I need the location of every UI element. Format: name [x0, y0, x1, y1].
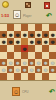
square-f7[interactable]: ●	[35, 31, 42, 38]
smiley-face-icon: ☺	[13, 89, 19, 95]
square-f6[interactable]: ●	[35, 38, 42, 45]
square-f4[interactable]	[35, 52, 42, 59]
square-e1[interactable]	[28, 73, 35, 80]
black-man-g7[interactable]: ●	[43, 31, 47, 38]
white-man-d2[interactable]: ●	[22, 66, 26, 73]
white-man-c3[interactable]: ●	[15, 59, 19, 66]
square-g8[interactable]	[42, 24, 49, 31]
red-square-icon[interactable]	[44, 2, 50, 9]
black-man-d7[interactable]: ●	[22, 31, 26, 38]
square-e3[interactable]: ●	[28, 59, 35, 66]
dama-app-screen: { "game": "Turkish draughts (Dama), 8x8 …	[0, 0, 56, 100]
square-b5[interactable]	[7, 45, 14, 52]
square-h5[interactable]	[49, 45, 56, 52]
square-e5[interactable]	[28, 45, 35, 52]
square-b2[interactable]: ●	[7, 66, 14, 73]
square-d4[interactable]	[21, 52, 28, 59]
black-man-e7[interactable]: ●	[29, 31, 33, 38]
black-man-h6[interactable]: ●	[50, 38, 54, 45]
white-man-f3[interactable]: ●	[36, 59, 40, 66]
square-b8[interactable]	[7, 24, 14, 31]
square-h3[interactable]: ●	[49, 59, 56, 66]
square-b4[interactable]	[7, 52, 14, 59]
square-b6[interactable]: ●	[7, 38, 14, 45]
player-avatar: ☺	[12, 87, 20, 96]
square-h2[interactable]: ●	[49, 66, 56, 73]
white-man-a2[interactable]: ●	[1, 66, 5, 73]
black-man-f6[interactable]: ●	[36, 38, 40, 45]
square-a5[interactable]	[0, 45, 7, 52]
white-man-e3[interactable]: ●	[29, 59, 33, 66]
square-g6[interactable]: ●	[42, 38, 49, 45]
opponent-timer: 1:53	[1, 13, 9, 18]
square-h7[interactable]: ●	[49, 31, 56, 38]
black-man-e6[interactable]: ●	[29, 38, 33, 45]
square-d2[interactable]: ●	[21, 66, 28, 73]
black-man-a6[interactable]: ●	[1, 38, 5, 45]
square-d6[interactable]	[21, 38, 28, 45]
square-e8[interactable]	[28, 24, 35, 31]
square-g1[interactable]	[42, 73, 49, 80]
black-man-c6[interactable]: ●	[15, 38, 19, 45]
square-e2[interactable]: ●	[28, 66, 35, 73]
square-f2[interactable]: ●	[35, 66, 42, 73]
square-c6[interactable]: ●	[14, 38, 21, 45]
black-man-a7[interactable]: ●	[1, 31, 5, 38]
square-c4[interactable]	[14, 52, 21, 59]
black-man-h7[interactable]: ●	[50, 31, 54, 38]
square-d3[interactable]: ●	[21, 59, 28, 66]
square-f8[interactable]	[35, 24, 42, 31]
square-e6[interactable]: ●	[28, 38, 35, 45]
white-man-h3[interactable]: ●	[50, 59, 54, 66]
square-c5[interactable]	[14, 45, 21, 52]
black-man-g6[interactable]: ●	[43, 38, 47, 45]
black-man-f7[interactable]: ●	[36, 31, 40, 38]
square-f1[interactable]	[35, 73, 42, 80]
black-man-b6[interactable]: ●	[8, 38, 12, 45]
square-d7[interactable]: ●	[21, 31, 28, 38]
square-c2[interactable]: ●	[14, 66, 21, 73]
square-f3[interactable]: ●	[35, 59, 42, 66]
white-man-d3[interactable]: ●	[22, 59, 26, 66]
square-g5[interactable]	[42, 45, 49, 52]
white-man-g2[interactable]: ●	[43, 66, 47, 73]
undo-icon[interactable]: ↶	[46, 12, 52, 19]
square-b1[interactable]	[7, 73, 14, 80]
white-man-b3[interactable]: ●	[8, 59, 12, 66]
coin-icon[interactable]	[2, 1, 9, 8]
checkers-board[interactable]: ●●●●●●●●●●●●●●●●●●●●●●●●●●●●●●●●	[0, 24, 56, 80]
opponent-name: Player	[23, 14, 32, 18]
square-a7[interactable]: ●	[0, 31, 7, 38]
black-man-b7[interactable]: ●	[8, 31, 12, 38]
undo-icon-bottom[interactable]: ↶	[49, 88, 55, 95]
square-c8[interactable]	[14, 24, 21, 31]
square-b7[interactable]: ●	[7, 31, 14, 38]
square-g2[interactable]: ●	[42, 66, 49, 73]
black-man-d5[interactable]: ●	[22, 45, 26, 52]
white-man-g3[interactable]: ●	[43, 59, 47, 66]
white-man-h2[interactable]: ●	[50, 66, 54, 73]
square-h6[interactable]: ●	[49, 38, 56, 45]
smiley-face-icon: ☺	[14, 12, 20, 18]
white-man-f2[interactable]: ●	[36, 66, 40, 73]
white-man-a3[interactable]: ●	[1, 59, 5, 66]
player-name: CPU	[22, 90, 28, 94]
square-a3[interactable]: ●	[0, 59, 7, 66]
square-a1[interactable]	[0, 73, 7, 80]
square-h8[interactable]	[49, 24, 56, 31]
square-g3[interactable]: ●	[42, 59, 49, 66]
square-a4[interactable]	[0, 52, 7, 59]
square-g7[interactable]: ●	[42, 31, 49, 38]
white-man-c2[interactable]: ●	[15, 66, 19, 73]
square-a8[interactable]	[0, 24, 7, 31]
square-a2[interactable]: ●	[0, 66, 7, 73]
opponent-avatar: ☺	[13, 10, 21, 19]
square-g4[interactable]	[42, 52, 49, 59]
black-man-c7[interactable]: ●	[15, 31, 19, 38]
square-c3[interactable]: ●	[14, 59, 21, 66]
square-a6[interactable]: ●	[0, 38, 7, 45]
checkerboard-icon[interactable]	[25, 2, 31, 8]
white-man-b2[interactable]: ●	[8, 66, 12, 73]
square-b3[interactable]: ●	[7, 59, 14, 66]
square-h1[interactable]	[49, 73, 56, 80]
square-e4[interactable]	[28, 52, 35, 59]
square-h4[interactable]	[49, 52, 56, 59]
square-c1[interactable]	[14, 73, 21, 80]
square-e7[interactable]: ●	[28, 31, 35, 38]
white-man-e2[interactable]: ●	[29, 66, 33, 73]
square-d5[interactable]: ●	[21, 45, 28, 52]
square-d1[interactable]	[21, 73, 28, 80]
square-f5[interactable]	[35, 45, 42, 52]
square-d8[interactable]	[21, 24, 28, 31]
square-c7[interactable]: ●	[14, 31, 21, 38]
